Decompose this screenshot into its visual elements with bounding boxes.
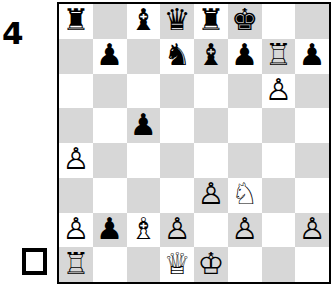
square-g3 bbox=[262, 178, 296, 213]
square-f3: ♘ bbox=[228, 178, 262, 213]
black-pawn-b7: ♟ bbox=[96, 40, 123, 70]
square-c1 bbox=[127, 247, 161, 282]
square-a7 bbox=[59, 39, 93, 74]
white-rook-g7: ♖ bbox=[265, 40, 292, 70]
square-h1 bbox=[295, 247, 329, 282]
white-queen-d1: ♕ bbox=[164, 249, 191, 279]
square-d1: ♕ bbox=[160, 247, 194, 282]
square-b8 bbox=[93, 4, 127, 39]
black-rook-a8: ♜ bbox=[62, 5, 89, 35]
square-c5: ♟ bbox=[127, 108, 161, 143]
square-d2: ♙ bbox=[160, 213, 194, 248]
square-a8: ♜ bbox=[59, 4, 93, 39]
diagram-number: 4 bbox=[2, 18, 24, 49]
white-pawn-h2: ♙ bbox=[299, 214, 326, 244]
square-b1 bbox=[93, 247, 127, 282]
square-d4 bbox=[160, 143, 194, 178]
square-c8: ♝ bbox=[127, 4, 161, 39]
black-king-f8: ♚ bbox=[231, 5, 258, 35]
square-b7: ♟ bbox=[93, 39, 127, 74]
square-a5 bbox=[59, 108, 93, 143]
square-c3 bbox=[127, 178, 161, 213]
square-g4 bbox=[262, 143, 296, 178]
square-d7: ♞ bbox=[160, 39, 194, 74]
black-bishop-e7: ♝ bbox=[197, 40, 224, 70]
square-f1 bbox=[228, 247, 262, 282]
black-pawn-b2: ♟ bbox=[96, 214, 123, 244]
square-e7: ♝ bbox=[194, 39, 228, 74]
square-e1: ♔ bbox=[194, 247, 228, 282]
black-pawn-h7: ♟ bbox=[299, 40, 326, 70]
white-pawn-a2: ♙ bbox=[62, 214, 89, 244]
white-bishop-c2: ♗ bbox=[130, 214, 157, 244]
square-a2: ♙ bbox=[59, 213, 93, 248]
square-g2 bbox=[262, 213, 296, 248]
square-e5 bbox=[194, 108, 228, 143]
square-b3 bbox=[93, 178, 127, 213]
square-h7: ♟ bbox=[295, 39, 329, 74]
square-h4 bbox=[295, 143, 329, 178]
square-e8: ♜ bbox=[194, 4, 228, 39]
white-pawn-f2: ♙ bbox=[231, 214, 258, 244]
square-e3: ♙ bbox=[194, 178, 228, 213]
square-a1: ♖ bbox=[59, 247, 93, 282]
square-h8 bbox=[295, 4, 329, 39]
black-queen-d8: ♛ bbox=[164, 5, 191, 35]
square-g7: ♖ bbox=[262, 39, 296, 74]
square-h3 bbox=[295, 178, 329, 213]
square-g1 bbox=[262, 247, 296, 282]
black-pawn-c5: ♟ bbox=[130, 110, 157, 140]
square-f4 bbox=[228, 143, 262, 178]
square-d5 bbox=[160, 108, 194, 143]
black-rook-e8: ♜ bbox=[197, 5, 224, 35]
white-pawn-g6: ♙ bbox=[265, 75, 292, 105]
black-bishop-c8: ♝ bbox=[130, 5, 157, 35]
square-h6 bbox=[295, 74, 329, 109]
square-a6 bbox=[59, 74, 93, 109]
white-to-move-indicator bbox=[22, 248, 47, 275]
square-b6 bbox=[93, 74, 127, 109]
square-c2: ♗ bbox=[127, 213, 161, 248]
square-b5 bbox=[93, 108, 127, 143]
square-c6 bbox=[127, 74, 161, 109]
square-h5 bbox=[295, 108, 329, 143]
white-pawn-a4: ♙ bbox=[62, 144, 89, 174]
white-king-e1: ♔ bbox=[197, 249, 224, 279]
square-b2: ♟ bbox=[93, 213, 127, 248]
square-d3 bbox=[160, 178, 194, 213]
white-knight-f3: ♘ bbox=[231, 179, 258, 209]
square-e2 bbox=[194, 213, 228, 248]
square-g8 bbox=[262, 4, 296, 39]
square-b4 bbox=[93, 143, 127, 178]
square-a4: ♙ bbox=[59, 143, 93, 178]
square-g6: ♙ bbox=[262, 74, 296, 109]
square-c4 bbox=[127, 143, 161, 178]
square-d8: ♛ bbox=[160, 4, 194, 39]
square-f5 bbox=[228, 108, 262, 143]
square-e6 bbox=[194, 74, 228, 109]
black-pawn-f7: ♟ bbox=[231, 40, 258, 70]
square-f7: ♟ bbox=[228, 39, 262, 74]
square-c7 bbox=[127, 39, 161, 74]
square-f2: ♙ bbox=[228, 213, 262, 248]
square-d6 bbox=[160, 74, 194, 109]
black-knight-d7: ♞ bbox=[164, 40, 191, 70]
white-pawn-d2: ♙ bbox=[164, 214, 191, 244]
square-g5 bbox=[262, 108, 296, 143]
chess-board: ♜♝♛♜♚♟♞♝♟♖♟♙♟♙♙♘♙♟♗♙♙♙♖♕♔ bbox=[57, 2, 331, 284]
white-rook-a1: ♖ bbox=[62, 249, 89, 279]
white-pawn-e3: ♙ bbox=[197, 179, 224, 209]
square-f6 bbox=[228, 74, 262, 109]
square-f8: ♚ bbox=[228, 4, 262, 39]
square-e4 bbox=[194, 143, 228, 178]
square-h2: ♙ bbox=[295, 213, 329, 248]
square-a3 bbox=[59, 178, 93, 213]
